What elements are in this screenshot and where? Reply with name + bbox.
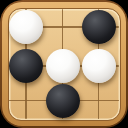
go-app-icon[interactable] bbox=[0, 0, 128, 128]
stone-white bbox=[46, 49, 80, 83]
stone-black bbox=[46, 84, 80, 118]
stone-white bbox=[9, 10, 43, 44]
stone-black bbox=[82, 10, 116, 44]
board-grid bbox=[0, 0, 128, 128]
screenshot-stage bbox=[0, 0, 128, 128]
stone-white bbox=[82, 49, 116, 83]
stone-black bbox=[9, 49, 43, 83]
